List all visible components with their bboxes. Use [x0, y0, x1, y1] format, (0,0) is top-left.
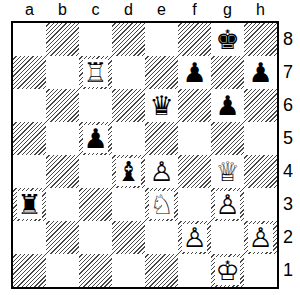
- file-label-e: e: [145, 0, 178, 20]
- piece-black-queen-e6[interactable]: ♛: [145, 89, 178, 122]
- square-g7[interactable]: [211, 56, 244, 89]
- square-d4[interactable]: ♝: [112, 155, 145, 188]
- square-e6[interactable]: ♛: [145, 89, 178, 122]
- square-e3[interactable]: ♘: [145, 188, 178, 221]
- square-h6[interactable]: [244, 89, 277, 122]
- square-a6[interactable]: [13, 89, 46, 122]
- square-a1[interactable]: [13, 254, 46, 287]
- square-a3[interactable]: ♜: [13, 188, 46, 221]
- square-c4[interactable]: [79, 155, 112, 188]
- piece-black-pawn-g6[interactable]: ♟: [211, 89, 244, 122]
- file-label-g: g: [211, 0, 244, 20]
- file-label-c: c: [79, 0, 112, 20]
- square-c2[interactable]: [79, 221, 112, 254]
- square-b3[interactable]: [46, 188, 79, 221]
- square-e2[interactable]: [145, 221, 178, 254]
- square-h8[interactable]: [244, 23, 277, 56]
- square-a5[interactable]: [13, 122, 46, 155]
- square-g5[interactable]: [211, 122, 244, 155]
- square-c6[interactable]: [79, 89, 112, 122]
- square-f3[interactable]: [178, 188, 211, 221]
- square-f1[interactable]: [178, 254, 211, 287]
- piece-white-pawn-e4[interactable]: ♙: [145, 155, 178, 188]
- piece-white-king-g1[interactable]: ♔: [211, 254, 244, 287]
- square-f4[interactable]: [178, 155, 211, 188]
- rank-label-1: 1: [283, 254, 300, 287]
- square-b5[interactable]: [46, 122, 79, 155]
- file-labels: abcdefgh: [13, 0, 277, 20]
- rank-label-4: 4: [283, 155, 300, 188]
- square-c3[interactable]: [79, 188, 112, 221]
- square-h4[interactable]: [244, 155, 277, 188]
- square-h2[interactable]: ♙: [244, 221, 277, 254]
- square-b6[interactable]: [46, 89, 79, 122]
- square-e7[interactable]: [145, 56, 178, 89]
- piece-white-rook-c7[interactable]: ♖: [79, 56, 112, 89]
- square-c8[interactable]: [79, 23, 112, 56]
- square-h7[interactable]: ♟: [244, 56, 277, 89]
- chess-board: ♚♖♟♟♛♟♟♝♙♕♜♘♙♙♙♔: [11, 21, 279, 289]
- square-e5[interactable]: [145, 122, 178, 155]
- square-a8[interactable]: [13, 23, 46, 56]
- square-f6[interactable]: [178, 89, 211, 122]
- square-g6[interactable]: ♟: [211, 89, 244, 122]
- square-a2[interactable]: [13, 221, 46, 254]
- piece-white-pawn-f2[interactable]: ♙: [178, 221, 211, 254]
- square-g2[interactable]: [211, 221, 244, 254]
- rank-label-5: 5: [283, 122, 300, 155]
- piece-black-rook-a3[interactable]: ♜: [13, 188, 46, 221]
- square-b1[interactable]: [46, 254, 79, 287]
- rank-label-6: 6: [283, 89, 300, 122]
- square-d7[interactable]: [112, 56, 145, 89]
- square-d5[interactable]: [112, 122, 145, 155]
- file-label-h: h: [244, 0, 277, 20]
- square-a4[interactable]: [13, 155, 46, 188]
- piece-white-queen-g4[interactable]: ♕: [211, 155, 244, 188]
- square-g3[interactable]: ♙: [211, 188, 244, 221]
- square-g8[interactable]: ♚: [211, 23, 244, 56]
- square-d8[interactable]: [112, 23, 145, 56]
- square-e8[interactable]: [145, 23, 178, 56]
- square-h5[interactable]: [244, 122, 277, 155]
- square-f7[interactable]: ♟: [178, 56, 211, 89]
- file-label-a: a: [13, 0, 46, 20]
- file-label-b: b: [46, 0, 79, 20]
- rank-label-2: 2: [283, 221, 300, 254]
- square-c5[interactable]: ♟: [79, 122, 112, 155]
- rank-label-3: 3: [283, 188, 300, 221]
- piece-white-pawn-h2[interactable]: ♙: [244, 221, 277, 254]
- square-f2[interactable]: ♙: [178, 221, 211, 254]
- square-c7[interactable]: ♖: [79, 56, 112, 89]
- rank-labels: 87654321: [283, 23, 300, 287]
- piece-white-pawn-g3[interactable]: ♙: [211, 188, 244, 221]
- square-b2[interactable]: [46, 221, 79, 254]
- square-b8[interactable]: [46, 23, 79, 56]
- square-g1[interactable]: ♔: [211, 254, 244, 287]
- piece-black-king-g8[interactable]: ♚: [211, 23, 244, 56]
- piece-black-pawn-c5[interactable]: ♟: [79, 122, 112, 155]
- square-d6[interactable]: [112, 89, 145, 122]
- square-e4[interactable]: ♙: [145, 155, 178, 188]
- square-f5[interactable]: [178, 122, 211, 155]
- square-h3[interactable]: [244, 188, 277, 221]
- square-e1[interactable]: [145, 254, 178, 287]
- square-g4[interactable]: ♕: [211, 155, 244, 188]
- square-h1[interactable]: [244, 254, 277, 287]
- square-b7[interactable]: [46, 56, 79, 89]
- square-d1[interactable]: [112, 254, 145, 287]
- rank-label-7: 7: [283, 56, 300, 89]
- file-label-f: f: [178, 0, 211, 20]
- square-f8[interactable]: [178, 23, 211, 56]
- square-b4[interactable]: [46, 155, 79, 188]
- square-d2[interactable]: [112, 221, 145, 254]
- piece-black-bishop-d4[interactable]: ♝: [112, 155, 145, 188]
- piece-white-knight-e3[interactable]: ♘: [145, 188, 178, 221]
- rank-label-8: 8: [283, 23, 300, 56]
- piece-black-pawn-f7[interactable]: ♟: [178, 56, 211, 89]
- square-c1[interactable]: [79, 254, 112, 287]
- piece-black-pawn-h7[interactable]: ♟: [244, 56, 277, 89]
- file-label-d: d: [112, 0, 145, 20]
- square-d3[interactable]: [112, 188, 145, 221]
- square-a7[interactable]: [13, 56, 46, 89]
